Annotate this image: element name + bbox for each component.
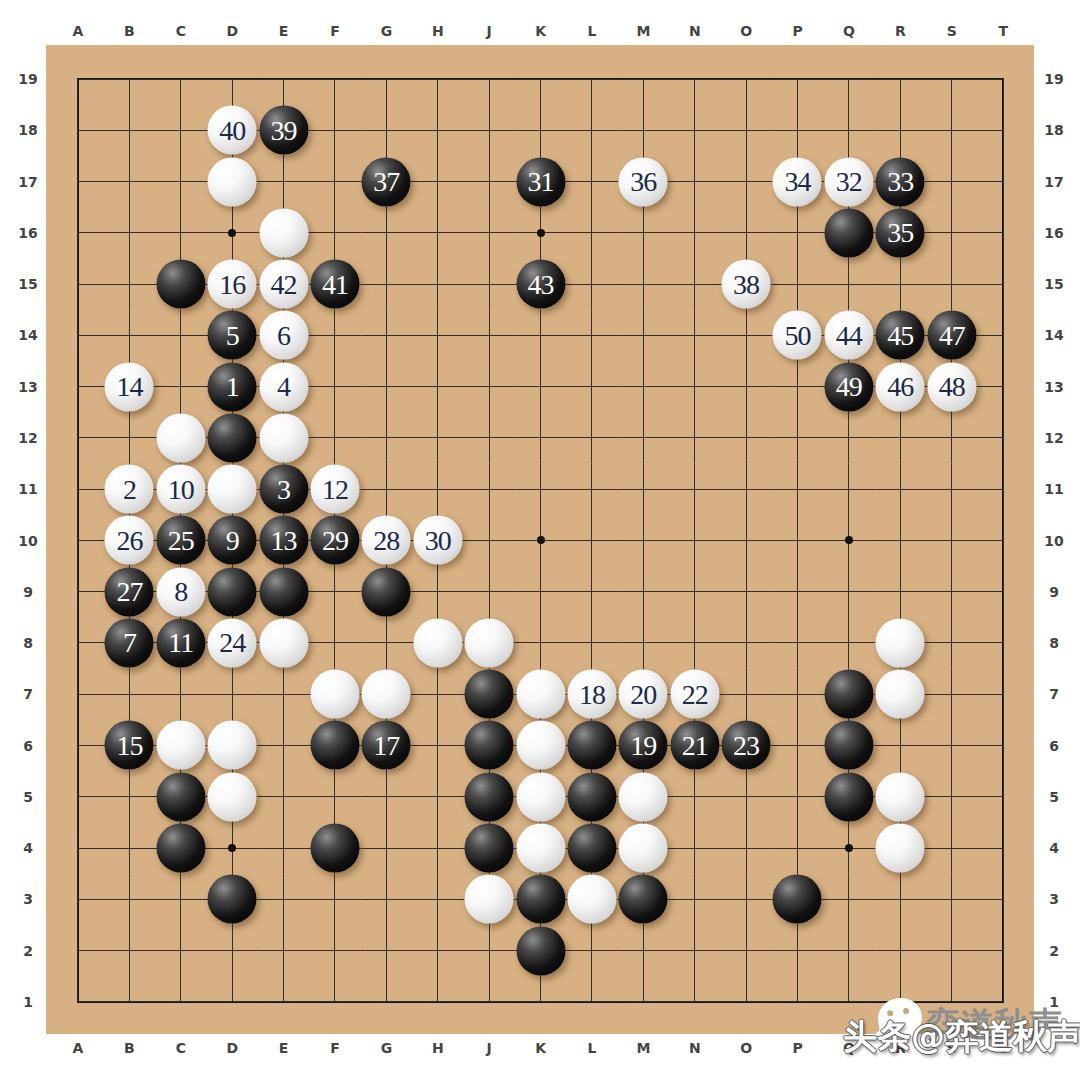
intersection-P8[interactable]: [772, 617, 823, 668]
intersection-T18[interactable]: [977, 105, 1028, 156]
intersection-C15[interactable]: [155, 258, 206, 309]
intersection-H8[interactable]: [412, 617, 463, 668]
intersection-B10[interactable]: 26: [104, 515, 155, 566]
intersection-O10[interactable]: [720, 515, 771, 566]
intersection-P19[interactable]: [772, 53, 823, 104]
intersection-T4[interactable]: [977, 822, 1028, 873]
intersection-C4[interactable]: [155, 822, 206, 873]
intersection-E13[interactable]: 4: [258, 361, 309, 412]
intersection-K16[interactable]: [515, 207, 566, 258]
intersection-Q9[interactable]: [823, 566, 874, 617]
intersection-R5[interactable]: [875, 771, 926, 822]
intersection-K6[interactable]: [515, 720, 566, 771]
intersection-M8[interactable]: [618, 617, 669, 668]
intersection-J4[interactable]: [463, 822, 514, 873]
intersection-H5[interactable]: [412, 771, 463, 822]
intersection-D13[interactable]: 1: [206, 361, 257, 412]
intersection-K5[interactable]: [515, 771, 566, 822]
intersection-D7[interactable]: [206, 669, 257, 720]
intersection-R17[interactable]: 33: [875, 156, 926, 207]
intersection-G1[interactable]: [361, 976, 412, 1027]
intersection-E16[interactable]: [258, 207, 309, 258]
intersection-Q19[interactable]: [823, 53, 874, 104]
intersection-E5[interactable]: [258, 771, 309, 822]
intersection-N3[interactable]: [669, 874, 720, 925]
intersection-O18[interactable]: [720, 105, 771, 156]
intersection-C10[interactable]: 25: [155, 515, 206, 566]
intersection-D10[interactable]: 9: [206, 515, 257, 566]
intersection-O8[interactable]: [720, 617, 771, 668]
intersection-O11[interactable]: [720, 464, 771, 515]
intersection-G19[interactable]: [361, 53, 412, 104]
intersection-N16[interactable]: [669, 207, 720, 258]
intersection-J1[interactable]: [463, 976, 514, 1027]
intersection-N5[interactable]: [669, 771, 720, 822]
intersection-J18[interactable]: [463, 105, 514, 156]
intersection-L2[interactable]: [566, 925, 617, 976]
intersection-H11[interactable]: [412, 464, 463, 515]
intersection-G8[interactable]: [361, 617, 412, 668]
intersection-J16[interactable]: [463, 207, 514, 258]
intersection-Q8[interactable]: [823, 617, 874, 668]
intersection-J9[interactable]: [463, 566, 514, 617]
intersection-S14[interactable]: 47: [926, 310, 977, 361]
intersection-T15[interactable]: [977, 258, 1028, 309]
intersection-P15[interactable]: [772, 258, 823, 309]
intersection-J17[interactable]: [463, 156, 514, 207]
intersection-S5[interactable]: [926, 771, 977, 822]
intersection-R7[interactable]: [875, 669, 926, 720]
intersection-C2[interactable]: [155, 925, 206, 976]
intersection-N1[interactable]: [669, 976, 720, 1027]
intersection-R10[interactable]: [875, 515, 926, 566]
intersection-O15[interactable]: 38: [720, 258, 771, 309]
intersection-S4[interactable]: [926, 822, 977, 873]
intersection-H17[interactable]: [412, 156, 463, 207]
intersection-O1[interactable]: [720, 976, 771, 1027]
intersection-N14[interactable]: [669, 310, 720, 361]
intersection-F2[interactable]: [309, 925, 360, 976]
intersection-D1[interactable]: [206, 976, 257, 1027]
intersection-L13[interactable]: [566, 361, 617, 412]
intersection-N11[interactable]: [669, 464, 720, 515]
intersection-K1[interactable]: [515, 976, 566, 1027]
intersection-D8[interactable]: 24: [206, 617, 257, 668]
intersection-T6[interactable]: [977, 720, 1028, 771]
intersection-N10[interactable]: [669, 515, 720, 566]
intersection-E9[interactable]: [258, 566, 309, 617]
intersection-A17[interactable]: [52, 156, 103, 207]
intersection-S6[interactable]: [926, 720, 977, 771]
intersection-O16[interactable]: [720, 207, 771, 258]
intersection-K13[interactable]: [515, 361, 566, 412]
intersection-D11[interactable]: [206, 464, 257, 515]
intersection-L9[interactable]: [566, 566, 617, 617]
intersection-F1[interactable]: [309, 976, 360, 1027]
intersection-G6[interactable]: 17: [361, 720, 412, 771]
intersection-E14[interactable]: 6: [258, 310, 309, 361]
intersection-C1[interactable]: [155, 976, 206, 1027]
intersection-K12[interactable]: [515, 412, 566, 463]
intersection-C7[interactable]: [155, 669, 206, 720]
intersection-H9[interactable]: [412, 566, 463, 617]
intersection-F4[interactable]: [309, 822, 360, 873]
intersection-D5[interactable]: [206, 771, 257, 822]
intersection-T19[interactable]: [977, 53, 1028, 104]
intersection-L15[interactable]: [566, 258, 617, 309]
intersection-C3[interactable]: [155, 874, 206, 925]
intersection-S13[interactable]: 48: [926, 361, 977, 412]
intersection-S16[interactable]: [926, 207, 977, 258]
intersection-P14[interactable]: 50: [772, 310, 823, 361]
intersection-M18[interactable]: [618, 105, 669, 156]
intersection-M9[interactable]: [618, 566, 669, 617]
intersection-H14[interactable]: [412, 310, 463, 361]
intersection-R2[interactable]: [875, 925, 926, 976]
intersection-F17[interactable]: [309, 156, 360, 207]
intersection-J19[interactable]: [463, 53, 514, 104]
intersection-L12[interactable]: [566, 412, 617, 463]
intersection-D2[interactable]: [206, 925, 257, 976]
intersection-G7[interactable]: [361, 669, 412, 720]
intersection-B12[interactable]: [104, 412, 155, 463]
intersection-D6[interactable]: [206, 720, 257, 771]
intersection-K15[interactable]: 43: [515, 258, 566, 309]
intersection-B2[interactable]: [104, 925, 155, 976]
intersection-H6[interactable]: [412, 720, 463, 771]
intersection-E3[interactable]: [258, 874, 309, 925]
intersection-M12[interactable]: [618, 412, 669, 463]
intersection-L11[interactable]: [566, 464, 617, 515]
intersection-J2[interactable]: [463, 925, 514, 976]
intersection-P10[interactable]: [772, 515, 823, 566]
intersection-G9[interactable]: [361, 566, 412, 617]
intersection-L3[interactable]: [566, 874, 617, 925]
intersection-N8[interactable]: [669, 617, 720, 668]
intersection-P1[interactable]: [772, 976, 823, 1027]
intersection-L14[interactable]: [566, 310, 617, 361]
intersection-B18[interactable]: [104, 105, 155, 156]
intersection-P5[interactable]: [772, 771, 823, 822]
intersection-M1[interactable]: [618, 976, 669, 1027]
intersection-P2[interactable]: [772, 925, 823, 976]
intersection-R19[interactable]: [875, 53, 926, 104]
intersection-H18[interactable]: [412, 105, 463, 156]
intersection-P12[interactable]: [772, 412, 823, 463]
intersection-E6[interactable]: [258, 720, 309, 771]
intersection-E7[interactable]: [258, 669, 309, 720]
intersection-L4[interactable]: [566, 822, 617, 873]
intersection-P4[interactable]: [772, 822, 823, 873]
intersection-O4[interactable]: [720, 822, 771, 873]
intersection-H15[interactable]: [412, 258, 463, 309]
intersection-R18[interactable]: [875, 105, 926, 156]
intersection-T10[interactable]: [977, 515, 1028, 566]
intersection-M16[interactable]: [618, 207, 669, 258]
intersection-L18[interactable]: [566, 105, 617, 156]
intersection-D19[interactable]: [206, 53, 257, 104]
intersection-O7[interactable]: [720, 669, 771, 720]
intersection-B8[interactable]: 7: [104, 617, 155, 668]
intersection-Q17[interactable]: 32: [823, 156, 874, 207]
intersection-H12[interactable]: [412, 412, 463, 463]
intersection-C13[interactable]: [155, 361, 206, 412]
intersection-A8[interactable]: [52, 617, 103, 668]
intersection-M5[interactable]: [618, 771, 669, 822]
intersection-F6[interactable]: [309, 720, 360, 771]
intersection-P7[interactable]: [772, 669, 823, 720]
intersection-G10[interactable]: 28: [361, 515, 412, 566]
intersection-T5[interactable]: [977, 771, 1028, 822]
intersection-R9[interactable]: [875, 566, 926, 617]
intersection-N4[interactable]: [669, 822, 720, 873]
intersection-A5[interactable]: [52, 771, 103, 822]
intersection-N6[interactable]: 21: [669, 720, 720, 771]
intersection-G18[interactable]: [361, 105, 412, 156]
intersection-G3[interactable]: [361, 874, 412, 925]
intersection-J13[interactable]: [463, 361, 514, 412]
intersection-T17[interactable]: [977, 156, 1028, 207]
intersection-E2[interactable]: [258, 925, 309, 976]
intersection-C16[interactable]: [155, 207, 206, 258]
intersection-R15[interactable]: [875, 258, 926, 309]
intersection-Q2[interactable]: [823, 925, 874, 976]
intersection-C17[interactable]: [155, 156, 206, 207]
intersection-M2[interactable]: [618, 925, 669, 976]
intersection-G5[interactable]: [361, 771, 412, 822]
intersection-T9[interactable]: [977, 566, 1028, 617]
intersection-D12[interactable]: [206, 412, 257, 463]
intersection-Q10[interactable]: [823, 515, 874, 566]
intersection-D17[interactable]: [206, 156, 257, 207]
intersection-E18[interactable]: 39: [258, 105, 309, 156]
intersection-F9[interactable]: [309, 566, 360, 617]
intersection-Q6[interactable]: [823, 720, 874, 771]
intersection-O12[interactable]: [720, 412, 771, 463]
intersection-C12[interactable]: [155, 412, 206, 463]
intersection-M11[interactable]: [618, 464, 669, 515]
intersection-R3[interactable]: [875, 874, 926, 925]
intersection-D9[interactable]: [206, 566, 257, 617]
intersection-K19[interactable]: [515, 53, 566, 104]
intersection-O6[interactable]: 23: [720, 720, 771, 771]
intersection-D4[interactable]: [206, 822, 257, 873]
intersection-C14[interactable]: [155, 310, 206, 361]
intersection-B14[interactable]: [104, 310, 155, 361]
intersection-F11[interactable]: 12: [309, 464, 360, 515]
intersection-J6[interactable]: [463, 720, 514, 771]
intersection-K18[interactable]: [515, 105, 566, 156]
intersection-M15[interactable]: [618, 258, 669, 309]
intersection-N15[interactable]: [669, 258, 720, 309]
intersection-Q12[interactable]: [823, 412, 874, 463]
intersection-M7[interactable]: 20: [618, 669, 669, 720]
intersection-L16[interactable]: [566, 207, 617, 258]
intersection-G13[interactable]: [361, 361, 412, 412]
intersection-S17[interactable]: [926, 156, 977, 207]
intersection-F19[interactable]: [309, 53, 360, 104]
intersection-D15[interactable]: 16: [206, 258, 257, 309]
intersection-A12[interactable]: [52, 412, 103, 463]
intersection-J8[interactable]: [463, 617, 514, 668]
intersection-M10[interactable]: [618, 515, 669, 566]
intersection-H16[interactable]: [412, 207, 463, 258]
intersection-O13[interactable]: [720, 361, 771, 412]
intersection-G12[interactable]: [361, 412, 412, 463]
intersection-J7[interactable]: [463, 669, 514, 720]
intersection-H2[interactable]: [412, 925, 463, 976]
intersection-F12[interactable]: [309, 412, 360, 463]
intersection-B3[interactable]: [104, 874, 155, 925]
intersection-F3[interactable]: [309, 874, 360, 925]
intersection-F15[interactable]: 41: [309, 258, 360, 309]
intersection-L1[interactable]: [566, 976, 617, 1027]
intersection-S8[interactable]: [926, 617, 977, 668]
intersection-R14[interactable]: 45: [875, 310, 926, 361]
intersection-D3[interactable]: [206, 874, 257, 925]
intersection-B9[interactable]: 27: [104, 566, 155, 617]
intersection-K2[interactable]: [515, 925, 566, 976]
intersection-E4[interactable]: [258, 822, 309, 873]
intersection-G11[interactable]: [361, 464, 412, 515]
intersection-K9[interactable]: [515, 566, 566, 617]
intersection-P6[interactable]: [772, 720, 823, 771]
intersection-E1[interactable]: [258, 976, 309, 1027]
intersection-R4[interactable]: [875, 822, 926, 873]
intersection-F10[interactable]: 29: [309, 515, 360, 566]
intersection-L10[interactable]: [566, 515, 617, 566]
intersection-A16[interactable]: [52, 207, 103, 258]
intersection-J5[interactable]: [463, 771, 514, 822]
intersection-B6[interactable]: 15: [104, 720, 155, 771]
intersection-H10[interactable]: 30: [412, 515, 463, 566]
intersection-O19[interactable]: [720, 53, 771, 104]
intersection-N19[interactable]: [669, 53, 720, 104]
intersection-F14[interactable]: [309, 310, 360, 361]
intersection-M4[interactable]: [618, 822, 669, 873]
intersection-S11[interactable]: [926, 464, 977, 515]
intersection-G16[interactable]: [361, 207, 412, 258]
intersection-Q18[interactable]: [823, 105, 874, 156]
intersection-G15[interactable]: [361, 258, 412, 309]
intersection-G14[interactable]: [361, 310, 412, 361]
intersection-T12[interactable]: [977, 412, 1028, 463]
intersection-A11[interactable]: [52, 464, 103, 515]
intersection-P16[interactable]: [772, 207, 823, 258]
intersection-P9[interactable]: [772, 566, 823, 617]
intersection-C18[interactable]: [155, 105, 206, 156]
intersection-H3[interactable]: [412, 874, 463, 925]
intersection-T11[interactable]: [977, 464, 1028, 515]
intersection-N17[interactable]: [669, 156, 720, 207]
intersection-B13[interactable]: 14: [104, 361, 155, 412]
intersection-J14[interactable]: [463, 310, 514, 361]
intersection-Q7[interactable]: [823, 669, 874, 720]
intersection-N12[interactable]: [669, 412, 720, 463]
intersection-H1[interactable]: [412, 976, 463, 1027]
intersection-R16[interactable]: 35: [875, 207, 926, 258]
intersection-A3[interactable]: [52, 874, 103, 925]
intersection-K17[interactable]: 31: [515, 156, 566, 207]
intersection-L6[interactable]: [566, 720, 617, 771]
intersection-E11[interactable]: 3: [258, 464, 309, 515]
intersection-O14[interactable]: [720, 310, 771, 361]
intersection-H7[interactable]: [412, 669, 463, 720]
intersection-O17[interactable]: [720, 156, 771, 207]
intersection-N13[interactable]: [669, 361, 720, 412]
intersection-A1[interactable]: [52, 976, 103, 1027]
intersection-R13[interactable]: 46: [875, 361, 926, 412]
intersection-S10[interactable]: [926, 515, 977, 566]
intersection-S7[interactable]: [926, 669, 977, 720]
intersection-H4[interactable]: [412, 822, 463, 873]
intersection-F16[interactable]: [309, 207, 360, 258]
intersection-B19[interactable]: [104, 53, 155, 104]
intersection-K10[interactable]: [515, 515, 566, 566]
intersection-B15[interactable]: [104, 258, 155, 309]
intersection-K11[interactable]: [515, 464, 566, 515]
intersection-J11[interactable]: [463, 464, 514, 515]
intersection-C9[interactable]: 8: [155, 566, 206, 617]
intersection-F13[interactable]: [309, 361, 360, 412]
intersection-A15[interactable]: [52, 258, 103, 309]
intersection-M19[interactable]: [618, 53, 669, 104]
intersection-S9[interactable]: [926, 566, 977, 617]
intersection-F7[interactable]: [309, 669, 360, 720]
intersection-A2[interactable]: [52, 925, 103, 976]
intersection-Q14[interactable]: 44: [823, 310, 874, 361]
intersection-S3[interactable]: [926, 874, 977, 925]
intersection-A4[interactable]: [52, 822, 103, 873]
intersection-S19[interactable]: [926, 53, 977, 104]
intersection-A7[interactable]: [52, 669, 103, 720]
intersection-P13[interactable]: [772, 361, 823, 412]
intersection-M14[interactable]: [618, 310, 669, 361]
intersection-N9[interactable]: [669, 566, 720, 617]
intersection-A10[interactable]: [52, 515, 103, 566]
intersection-J10[interactable]: [463, 515, 514, 566]
intersection-E10[interactable]: 13: [258, 515, 309, 566]
intersection-M6[interactable]: 19: [618, 720, 669, 771]
intersection-N18[interactable]: [669, 105, 720, 156]
intersection-J12[interactable]: [463, 412, 514, 463]
intersection-Q13[interactable]: 49: [823, 361, 874, 412]
intersection-T8[interactable]: [977, 617, 1028, 668]
intersection-J15[interactable]: [463, 258, 514, 309]
intersection-H13[interactable]: [412, 361, 463, 412]
intersection-A13[interactable]: [52, 361, 103, 412]
intersection-P17[interactable]: 34: [772, 156, 823, 207]
intersection-R12[interactable]: [875, 412, 926, 463]
intersection-E17[interactable]: [258, 156, 309, 207]
intersection-L7[interactable]: 18: [566, 669, 617, 720]
intersection-T13[interactable]: [977, 361, 1028, 412]
intersection-A18[interactable]: [52, 105, 103, 156]
intersection-G17[interactable]: 37: [361, 156, 412, 207]
intersection-Q4[interactable]: [823, 822, 874, 873]
intersection-B4[interactable]: [104, 822, 155, 873]
intersection-M3[interactable]: [618, 874, 669, 925]
intersection-T7[interactable]: [977, 669, 1028, 720]
intersection-B11[interactable]: 2: [104, 464, 155, 515]
intersection-P11[interactable]: [772, 464, 823, 515]
intersection-B7[interactable]: [104, 669, 155, 720]
intersection-M17[interactable]: 36: [618, 156, 669, 207]
intersection-K3[interactable]: [515, 874, 566, 925]
intersection-F18[interactable]: [309, 105, 360, 156]
intersection-Q5[interactable]: [823, 771, 874, 822]
intersection-S18[interactable]: [926, 105, 977, 156]
